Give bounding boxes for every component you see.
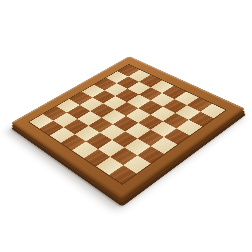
square[interactable]	[138, 130, 164, 146]
square[interactable]	[100, 124, 125, 140]
square[interactable]	[110, 147, 137, 165]
square[interactable]	[124, 138, 150, 155]
square[interactable]	[163, 113, 188, 128]
square[interactable]	[112, 131, 138, 147]
square[interactable]	[98, 140, 124, 157]
square[interactable]	[113, 116, 138, 131]
square[interactable]	[75, 126, 100, 142]
square[interactable]	[137, 146, 164, 164]
board-frame	[11, 56, 245, 199]
square[interactable]	[125, 123, 150, 139]
square[interactable]	[96, 157, 123, 175]
square[interactable]	[151, 121, 177, 137]
square[interactable]	[84, 149, 111, 167]
chessboard	[11, 56, 245, 199]
board-field	[28, 64, 227, 185]
square[interactable]	[61, 134, 86, 150]
square[interactable]	[109, 165, 137, 184]
square[interactable]	[50, 127, 75, 143]
square[interactable]	[151, 137, 178, 154]
square[interactable]	[86, 133, 112, 149]
square[interactable]	[164, 128, 190, 144]
square[interactable]	[72, 141, 98, 158]
product-photo	[0, 0, 252, 252]
board-scene	[33, 23, 218, 208]
square[interactable]	[123, 155, 150, 173]
square[interactable]	[176, 120, 202, 136]
square[interactable]	[189, 112, 214, 127]
square[interactable]	[138, 115, 163, 130]
